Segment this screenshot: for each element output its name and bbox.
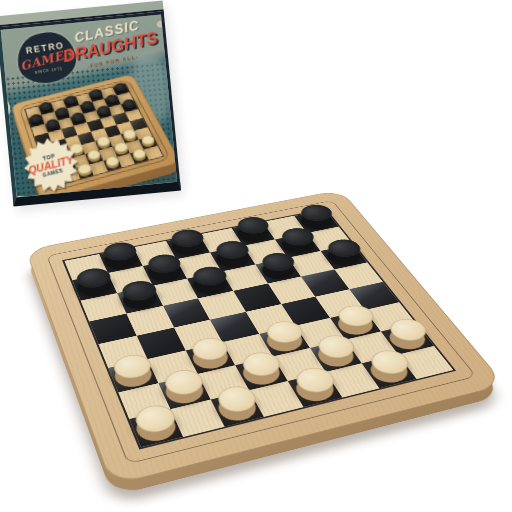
product-photo: RETRO GAMES SINCE 1975 CLASSIC DRAUGHTS …: [0, 0, 512, 512]
distress-chip: [12, 195, 29, 206]
distress-chip: [157, 20, 167, 28]
board-face: [25, 190, 505, 486]
draughts-board: [60, 126, 432, 498]
